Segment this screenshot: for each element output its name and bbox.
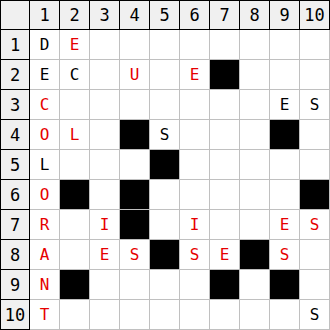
block-cell-r6c10 [300, 180, 330, 210]
block-cell-r4c4 [120, 120, 150, 150]
col-header-4: 4 [120, 0, 150, 30]
grid-cell-r8c7[interactable]: E [210, 240, 240, 270]
grid-cell-r5c10[interactable] [300, 150, 330, 180]
grid-cell-r6c7[interactable] [210, 180, 240, 210]
row-header-1: 1 [0, 30, 30, 60]
grid-cell-r2c3[interactable] [90, 60, 120, 90]
grid-cell-r3c3[interactable] [90, 90, 120, 120]
grid-cell-r5c6[interactable] [180, 150, 210, 180]
grid-cell-r8c1[interactable]: A [30, 240, 60, 270]
grid-cell-r3c8[interactable] [240, 90, 270, 120]
grid-cell-r1c2[interactable]: E [60, 30, 90, 60]
col-header-3: 3 [90, 0, 120, 30]
grid-cell-r2c9[interactable] [270, 60, 300, 90]
grid-cell-r2c10[interactable] [300, 60, 330, 90]
grid-cell-r8c4[interactable]: S [120, 240, 150, 270]
row-header-10: 10 [0, 300, 30, 330]
grid-cell-r4c10[interactable] [300, 120, 330, 150]
grid-cell-r5c7[interactable] [210, 150, 240, 180]
block-cell-r2c7 [210, 60, 240, 90]
grid-cell-r1c5[interactable] [150, 30, 180, 60]
grid-cell-r9c5[interactable] [150, 270, 180, 300]
grid-cell-r9c10[interactable] [300, 270, 330, 300]
grid-cell-r6c3[interactable] [90, 180, 120, 210]
grid-cell-r8c2[interactable] [60, 240, 90, 270]
col-header-2: 2 [60, 0, 90, 30]
col-header-6: 6 [180, 0, 210, 30]
grid-cell-r5c8[interactable] [240, 150, 270, 180]
crossword-board: 123456789101DE2ECUE3CES4OLS5L6O7RIIES8AE… [0, 0, 330, 330]
grid-cell-r10c2[interactable] [60, 300, 90, 330]
grid-cell-r4c3[interactable] [90, 120, 120, 150]
grid-cell-r7c8[interactable] [240, 210, 270, 240]
block-cell-r9c9 [270, 270, 300, 300]
grid-cell-r8c3[interactable]: E [90, 240, 120, 270]
grid-cell-r10c4[interactable] [120, 300, 150, 330]
grid-cell-r10c3[interactable] [90, 300, 120, 330]
row-header-8: 8 [0, 240, 30, 270]
grid-cell-r10c7[interactable] [210, 300, 240, 330]
grid-cell-r5c9[interactable] [270, 150, 300, 180]
grid-cell-r3c6[interactable] [180, 90, 210, 120]
col-header-8: 8 [240, 0, 270, 30]
col-header-5: 5 [150, 0, 180, 30]
grid-cell-r10c10[interactable]: S [300, 300, 330, 330]
grid-cell-r7c3[interactable]: I [90, 210, 120, 240]
grid-cell-r2c6[interactable]: E [180, 60, 210, 90]
block-cell-r7c4 [120, 210, 150, 240]
grid-cell-r1c9[interactable] [270, 30, 300, 60]
grid-cell-r4c6[interactable] [180, 120, 210, 150]
grid-cell-r7c6[interactable]: I [180, 210, 210, 240]
grid-cell-r5c4[interactable] [120, 150, 150, 180]
grid-cell-r1c7[interactable] [210, 30, 240, 60]
grid-cell-r9c6[interactable] [180, 270, 210, 300]
col-header-10: 10 [300, 0, 330, 30]
grid-cell-r8c9[interactable]: S [270, 240, 300, 270]
grid-cell-r8c10[interactable] [300, 240, 330, 270]
grid-cell-r3c10[interactable]: S [300, 90, 330, 120]
grid-cell-r3c1[interactable]: C [30, 90, 60, 120]
block-cell-r6c2 [60, 180, 90, 210]
grid-cell-r7c5[interactable] [150, 210, 180, 240]
corner-cell [0, 0, 30, 30]
grid-cell-r6c9[interactable] [270, 180, 300, 210]
grid-cell-r5c1[interactable]: L [30, 150, 60, 180]
row-header-3: 3 [0, 90, 30, 120]
grid-cell-r1c3[interactable] [90, 30, 120, 60]
grid-cell-r2c1[interactable]: E [30, 60, 60, 90]
grid-cell-r10c8[interactable] [240, 300, 270, 330]
col-header-9: 9 [270, 0, 300, 30]
grid-cell-r7c1[interactable]: R [30, 210, 60, 240]
grid-cell-r7c2[interactable] [60, 210, 90, 240]
grid-cell-r3c9[interactable]: E [270, 90, 300, 120]
grid-cell-r10c5[interactable] [150, 300, 180, 330]
row-header-2: 2 [0, 60, 30, 90]
grid-cell-r4c7[interactable] [210, 120, 240, 150]
grid-cell-r10c9[interactable] [270, 300, 300, 330]
grid-cell-r1c6[interactable] [180, 30, 210, 60]
grid-cell-r1c10[interactable] [300, 30, 330, 60]
grid-cell-r2c5[interactable] [150, 60, 180, 90]
grid-cell-r4c5[interactable]: S [150, 120, 180, 150]
grid-cell-r7c7[interactable] [210, 210, 240, 240]
grid-cell-r6c6[interactable] [180, 180, 210, 210]
row-header-9: 9 [0, 270, 30, 300]
block-cell-r8c8 [240, 240, 270, 270]
block-cell-r9c7 [210, 270, 240, 300]
grid-cell-r2c2[interactable]: C [60, 60, 90, 90]
grid-cell-r2c8[interactable] [240, 60, 270, 90]
block-cell-r6c4 [120, 180, 150, 210]
grid-cell-r6c5[interactable] [150, 180, 180, 210]
grid-cell-r3c5[interactable] [150, 90, 180, 120]
block-cell-r5c5 [150, 150, 180, 180]
grid-cell-r7c9[interactable]: E [270, 210, 300, 240]
grid-cell-r6c8[interactable] [240, 180, 270, 210]
grid-cell-r9c4[interactable] [120, 270, 150, 300]
row-header-5: 5 [0, 150, 30, 180]
grid-cell-r9c1[interactable]: N [30, 270, 60, 300]
grid-cell-r4c1[interactable]: O [30, 120, 60, 150]
grid-cell-r1c8[interactable] [240, 30, 270, 60]
grid-cell-r5c2[interactable] [60, 150, 90, 180]
grid-cell-r1c4[interactable] [120, 30, 150, 60]
grid-cell-r5c3[interactable] [90, 150, 120, 180]
row-header-4: 4 [0, 120, 30, 150]
grid-cell-r3c2[interactable] [60, 90, 90, 120]
block-cell-r9c2 [60, 270, 90, 300]
grid-cell-r7c10[interactable]: S [300, 210, 330, 240]
grid-cell-r10c1[interactable]: T [30, 300, 60, 330]
grid-cell-r3c7[interactable] [210, 90, 240, 120]
row-header-6: 6 [0, 180, 30, 210]
grid-cell-r10c6[interactable] [180, 300, 210, 330]
grid-cell-r6c1[interactable]: O [30, 180, 60, 210]
grid-cell-r9c3[interactable] [90, 270, 120, 300]
col-header-1: 1 [30, 0, 60, 30]
row-header-7: 7 [0, 210, 30, 240]
grid-cell-r2c4[interactable]: U [120, 60, 150, 90]
grid-cell-r4c8[interactable] [240, 120, 270, 150]
grid-cell-r1c1[interactable]: D [30, 30, 60, 60]
block-cell-r8c5 [150, 240, 180, 270]
grid-cell-r4c2[interactable]: L [60, 120, 90, 150]
grid-cell-r8c6[interactable]: S [180, 240, 210, 270]
grid-cell-r3c4[interactable] [120, 90, 150, 120]
col-header-7: 7 [210, 0, 240, 30]
block-cell-r4c9 [270, 120, 300, 150]
grid-cell-r9c8[interactable] [240, 270, 270, 300]
